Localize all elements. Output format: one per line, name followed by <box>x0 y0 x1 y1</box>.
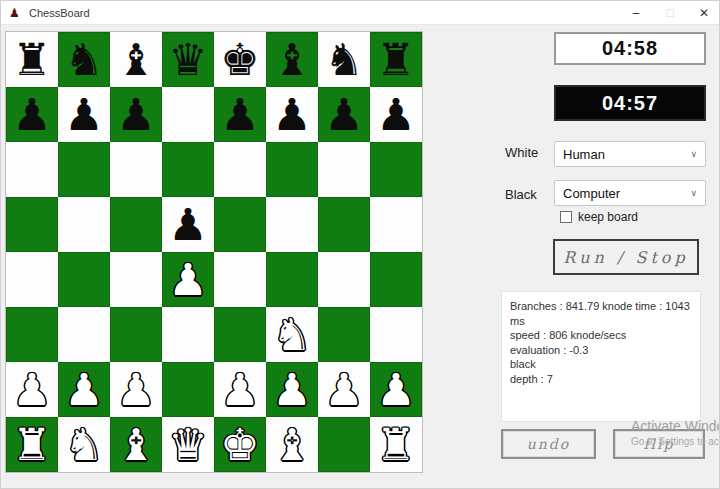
square-h6[interactable] <box>370 142 422 197</box>
piece-black-bishop: ♝ <box>116 32 155 87</box>
square-g6[interactable] <box>318 142 370 197</box>
piece-white-bishop: ♝ <box>272 417 311 472</box>
engine-stats-box: Branches : 841.79 knode time : 1043 ms s… <box>501 291 701 422</box>
square-c1[interactable]: ♝ <box>110 417 162 472</box>
black-player-value: Computer <box>563 186 620 201</box>
piece-black-queen: ♛ <box>168 32 207 87</box>
square-c8[interactable]: ♝ <box>110 32 162 87</box>
piece-white-pawn: ♟ <box>220 362 259 417</box>
piece-white-pawn: ♟ <box>116 362 155 417</box>
piece-white-knight: ♞ <box>272 307 311 362</box>
square-b8[interactable]: ♞ <box>58 32 110 87</box>
square-f4[interactable] <box>266 252 318 307</box>
square-d3[interactable] <box>162 307 214 362</box>
piece-white-pawn: ♟ <box>272 362 311 417</box>
stats-line-speed: speed : 806 knode/secs <box>510 328 700 343</box>
square-a5[interactable] <box>6 197 58 252</box>
chess-board: ♜♞♝♛♚♝♞♜♟♟♟♟♟♟♟♟♟♞♟♟♟♟♟♟♟♜♞♝♛♚♝♜ <box>5 31 423 473</box>
title-bar: ♟ ChessBoard – ▢ ✕ <box>1 1 720 25</box>
square-d7[interactable] <box>162 87 214 142</box>
keep-board-checkbox[interactable] <box>560 211 572 223</box>
square-c4[interactable] <box>110 252 162 307</box>
piece-black-rook: ♜ <box>12 32 51 87</box>
chevron-down-icon: ∨ <box>690 149 697 159</box>
piece-white-bishop: ♝ <box>116 417 155 472</box>
square-a4[interactable] <box>6 252 58 307</box>
square-f2[interactable]: ♟ <box>266 362 318 417</box>
square-e5[interactable] <box>214 197 266 252</box>
square-a8[interactable]: ♜ <box>6 32 58 87</box>
run-stop-button[interactable]: Run / Stop <box>553 239 699 275</box>
square-d6[interactable] <box>162 142 214 197</box>
square-f1[interactable]: ♝ <box>266 417 318 472</box>
piece-white-rook: ♜ <box>376 417 415 472</box>
square-a6[interactable] <box>6 142 58 197</box>
square-h3[interactable] <box>370 307 422 362</box>
piece-black-pawn: ♟ <box>116 87 155 142</box>
piece-black-pawn: ♟ <box>272 87 311 142</box>
piece-white-king: ♚ <box>220 417 259 472</box>
piece-white-pawn: ♟ <box>168 252 207 307</box>
white-player-value: Human <box>563 147 605 162</box>
piece-black-pawn: ♟ <box>220 87 259 142</box>
flip-button[interactable]: flip <box>613 429 705 459</box>
square-b5[interactable] <box>58 197 110 252</box>
square-e2[interactable]: ♟ <box>214 362 266 417</box>
square-e3[interactable] <box>214 307 266 362</box>
square-g5[interactable] <box>318 197 370 252</box>
square-c3[interactable] <box>110 307 162 362</box>
undo-button[interactable]: undo <box>501 429 596 459</box>
piece-black-king: ♚ <box>220 32 259 87</box>
square-b6[interactable] <box>58 142 110 197</box>
stats-line-evaluation: evaluation : -0.3 <box>510 343 700 358</box>
piece-black-knight: ♞ <box>324 32 363 87</box>
square-b2[interactable]: ♟ <box>58 362 110 417</box>
square-h7[interactable]: ♟ <box>370 87 422 142</box>
close-button[interactable]: ✕ <box>687 1 720 24</box>
square-d4[interactable]: ♟ <box>162 252 214 307</box>
square-c2[interactable]: ♟ <box>110 362 162 417</box>
keep-board-option: keep board <box>560 210 638 224</box>
keep-board-label: keep board <box>578 210 638 224</box>
square-b3[interactable] <box>58 307 110 362</box>
square-c5[interactable] <box>110 197 162 252</box>
piece-white-knight: ♞ <box>64 417 103 472</box>
square-d1[interactable]: ♛ <box>162 417 214 472</box>
square-g3[interactable] <box>318 307 370 362</box>
white-player-label: White <box>505 145 538 160</box>
square-d5[interactable]: ♟ <box>162 197 214 252</box>
square-h5[interactable] <box>370 197 422 252</box>
stats-line-depth: depth : 7 <box>510 372 700 387</box>
stats-line-side: black <box>510 357 700 372</box>
black-player-label: Black <box>505 187 537 202</box>
square-e8[interactable]: ♚ <box>214 32 266 87</box>
piece-black-pawn: ♟ <box>12 87 51 142</box>
square-e6[interactable] <box>214 142 266 197</box>
square-e7[interactable]: ♟ <box>214 87 266 142</box>
white-player-select[interactable]: Human ∨ <box>554 141 706 167</box>
piece-black-pawn: ♟ <box>64 87 103 142</box>
square-f3[interactable]: ♞ <box>266 307 318 362</box>
black-player-select[interactable]: Computer ∨ <box>554 180 706 206</box>
square-c6[interactable] <box>110 142 162 197</box>
stats-line-branches: Branches : 841.79 knode time : 1043 ms <box>510 299 700 328</box>
piece-white-pawn: ♟ <box>64 362 103 417</box>
piece-black-pawn: ♟ <box>376 87 415 142</box>
square-f8[interactable]: ♝ <box>266 32 318 87</box>
square-h2[interactable]: ♟ <box>370 362 422 417</box>
square-f7[interactable]: ♟ <box>266 87 318 142</box>
square-f6[interactable] <box>266 142 318 197</box>
square-a3[interactable] <box>6 307 58 362</box>
piece-black-pawn: ♟ <box>324 87 363 142</box>
square-d2[interactable] <box>162 362 214 417</box>
white-clock: 04:58 <box>554 32 706 65</box>
piece-black-knight: ♞ <box>64 32 103 87</box>
maximize-button[interactable]: ▢ <box>653 1 687 24</box>
piece-white-queen: ♛ <box>168 417 207 472</box>
minimize-button[interactable]: – <box>619 1 653 24</box>
piece-white-rook: ♜ <box>12 417 51 472</box>
square-g4[interactable] <box>318 252 370 307</box>
square-g7[interactable]: ♟ <box>318 87 370 142</box>
square-a1[interactable]: ♜ <box>6 417 58 472</box>
square-a7[interactable]: ♟ <box>6 87 58 142</box>
square-g2[interactable]: ♟ <box>318 362 370 417</box>
black-clock: 04:57 <box>554 85 706 121</box>
square-d8[interactable]: ♛ <box>162 32 214 87</box>
square-h8[interactable]: ♜ <box>370 32 422 87</box>
piece-black-bishop: ♝ <box>272 32 311 87</box>
square-g8[interactable]: ♞ <box>318 32 370 87</box>
chevron-down-icon: ∨ <box>690 188 697 198</box>
square-a2[interactable]: ♟ <box>6 362 58 417</box>
app-icon: ♟ <box>9 7 21 19</box>
piece-white-pawn: ♟ <box>376 362 415 417</box>
window-controls: – ▢ ✕ <box>619 1 720 24</box>
piece-black-rook: ♜ <box>376 32 415 87</box>
square-b4[interactable] <box>58 252 110 307</box>
square-b7[interactable]: ♟ <box>58 87 110 142</box>
window-title: ChessBoard <box>29 7 90 19</box>
piece-black-pawn: ♟ <box>168 197 207 252</box>
square-e4[interactable] <box>214 252 266 307</box>
piece-white-pawn: ♟ <box>324 362 363 417</box>
piece-white-pawn: ♟ <box>12 362 51 417</box>
chessboard-window: ♟ ChessBoard – ▢ ✕ ♜♞♝♛♚♝♞♜♟♟♟♟♟♟♟♟♟♞♟♟♟… <box>0 0 720 489</box>
square-b1[interactable]: ♞ <box>58 417 110 472</box>
square-h4[interactable] <box>370 252 422 307</box>
square-f5[interactable] <box>266 197 318 252</box>
square-c7[interactable]: ♟ <box>110 87 162 142</box>
square-h1[interactable]: ♜ <box>370 417 422 472</box>
square-g1[interactable] <box>318 417 370 472</box>
square-e1[interactable]: ♚ <box>214 417 266 472</box>
